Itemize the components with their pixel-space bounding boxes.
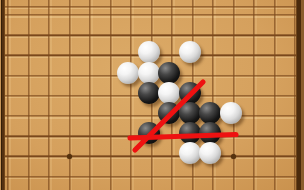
- white-stone: ○: [199, 142, 221, 164]
- white-stone: ○: [138, 62, 160, 84]
- black-stone: ●: [199, 102, 221, 124]
- white-stone: ○: [117, 62, 139, 84]
- white-stone: ○: [179, 41, 201, 63]
- game-screen: ○○○○●●○●●●●○●●●○○: [0, 0, 304, 190]
- black-stone: ●: [199, 122, 221, 144]
- black-stone: ●: [158, 62, 180, 84]
- black-stone: ●: [158, 102, 180, 124]
- black-stone: ●: [179, 102, 201, 124]
- black-stone: ●: [179, 122, 201, 144]
- black-stone: ●: [179, 82, 201, 104]
- board-left-edge: [0, 0, 5, 190]
- black-stone: ●: [138, 82, 160, 104]
- white-stone: ○: [179, 142, 201, 164]
- white-stone: ○: [220, 102, 242, 124]
- white-stone: ○: [138, 41, 160, 63]
- white-stone: ○: [158, 82, 180, 104]
- board-right-edge: [296, 0, 304, 190]
- black-stone: ●: [138, 122, 160, 144]
- stones-layer: ○○○○●●○●●●●○●●●○○: [0, 5, 304, 187]
- gomoku-board[interactable]: ○○○○●●○●●●●○●●●○○: [0, 0, 304, 190]
